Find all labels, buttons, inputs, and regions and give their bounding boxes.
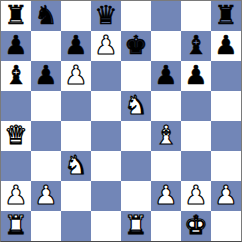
black-king-e7: ♚ [124,32,147,58]
white-queen-a4: ♛ [4,122,27,148]
square-f3[interactable] [151,151,181,181]
square-f7[interactable] [151,31,181,61]
square-a2[interactable]: ♟ [1,181,31,211]
black-rook-a8: ♜ [4,2,27,28]
square-b5[interactable] [31,91,61,121]
square-b1[interactable] [31,211,61,241]
square-a4[interactable]: ♛ [1,121,31,151]
square-g3[interactable] [181,151,211,181]
white-pawn-d7: ♟ [94,32,117,58]
square-b4[interactable] [31,121,61,151]
white-knight-e5: ♞ [124,92,147,118]
square-g2[interactable]: ♟ [181,181,211,211]
white-pawn-h2: ♟ [214,182,237,208]
square-g1[interactable]: ♚ [181,211,211,241]
square-e2[interactable] [121,181,151,211]
square-f5[interactable] [151,91,181,121]
white-pawn-a2: ♟ [4,182,27,208]
square-c5[interactable] [61,91,91,121]
square-e7[interactable]: ♚ [121,31,151,61]
black-knight-b8: ♞ [34,2,57,28]
square-a6[interactable]: ♝ [1,61,31,91]
square-d1[interactable] [91,211,121,241]
square-b6[interactable]: ♟ [31,61,61,91]
square-a5[interactable] [1,91,31,121]
square-d7[interactable]: ♟ [91,31,121,61]
black-pawn-g6: ♟ [184,62,207,88]
square-f1[interactable] [151,211,181,241]
square-h8[interactable]: ♜ [211,1,241,31]
square-h4[interactable] [211,121,241,151]
square-f8[interactable] [151,1,181,31]
square-h2[interactable]: ♟ [211,181,241,211]
square-b3[interactable] [31,151,61,181]
square-h5[interactable] [211,91,241,121]
square-d2[interactable] [91,181,121,211]
square-e8[interactable] [121,1,151,31]
square-d8[interactable]: ♛ [91,1,121,31]
square-b7[interactable] [31,31,61,61]
black-pawn-c7: ♟ [64,32,87,58]
black-queen-d8: ♛ [94,2,117,28]
chess-board-wrapper: ♜♞♛♜♟♟♟♚♝♟♝♟♟♟♟♞♛♝♞♟♟♟♟♟♜♜♚ [0,0,242,242]
white-king-g1: ♚ [184,212,207,238]
square-e1[interactable]: ♜ [121,211,151,241]
black-bishop-a6: ♝ [4,62,27,88]
white-rook-e1: ♜ [124,212,147,238]
square-d4[interactable] [91,121,121,151]
square-d6[interactable] [91,61,121,91]
white-bishop-f4: ♝ [154,122,177,148]
square-d5[interactable] [91,91,121,121]
black-bishop-g7: ♝ [184,32,207,58]
white-rook-a1: ♜ [4,212,27,238]
square-g5[interactable] [181,91,211,121]
square-c3[interactable]: ♞ [61,151,91,181]
square-a7[interactable]: ♟ [1,31,31,61]
black-pawn-b6: ♟ [34,62,57,88]
square-f2[interactable]: ♟ [151,181,181,211]
square-g4[interactable] [181,121,211,151]
square-f6[interactable]: ♟ [151,61,181,91]
square-c7[interactable]: ♟ [61,31,91,61]
square-e3[interactable] [121,151,151,181]
square-e4[interactable] [121,121,151,151]
black-rook-h8: ♜ [214,2,237,28]
square-c8[interactable] [61,1,91,31]
square-e6[interactable] [121,61,151,91]
square-c2[interactable] [61,181,91,211]
square-h6[interactable] [211,61,241,91]
square-c6[interactable]: ♟ [61,61,91,91]
square-g6[interactable]: ♟ [181,61,211,91]
white-pawn-f2: ♟ [154,182,177,208]
white-knight-c3: ♞ [64,152,87,178]
white-pawn-c6: ♟ [64,62,87,88]
chess-board: ♜♞♛♜♟♟♟♚♝♟♝♟♟♟♟♞♛♝♞♟♟♟♟♟♜♜♚ [0,0,242,242]
square-f4[interactable]: ♝ [151,121,181,151]
square-a3[interactable] [1,151,31,181]
square-a1[interactable]: ♜ [1,211,31,241]
square-h1[interactable] [211,211,241,241]
black-pawn-h7: ♟ [214,32,237,58]
square-c4[interactable] [61,121,91,151]
white-pawn-b2: ♟ [34,182,57,208]
square-g7[interactable]: ♝ [181,31,211,61]
square-a8[interactable]: ♜ [1,1,31,31]
square-d3[interactable] [91,151,121,181]
square-h7[interactable]: ♟ [211,31,241,61]
square-h3[interactable] [211,151,241,181]
square-c1[interactable] [61,211,91,241]
square-b8[interactable]: ♞ [31,1,61,31]
black-pawn-f6: ♟ [154,62,177,88]
white-pawn-g2: ♟ [184,182,207,208]
black-pawn-a7: ♟ [4,32,27,58]
square-e5[interactable]: ♞ [121,91,151,121]
square-g8[interactable] [181,1,211,31]
square-b2[interactable]: ♟ [31,181,61,211]
